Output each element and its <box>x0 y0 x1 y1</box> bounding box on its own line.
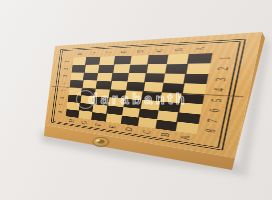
photo-background: HGFEDCBA 12345678 HGFEDCBA 12345678 dara… <box>0 0 272 200</box>
brass-clasp <box>93 137 109 146</box>
